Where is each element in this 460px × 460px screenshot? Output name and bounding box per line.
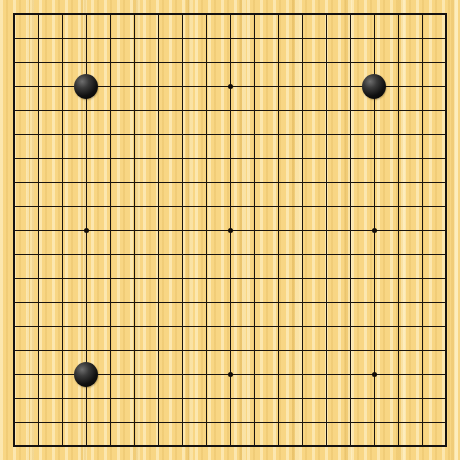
star-point (228, 84, 233, 89)
black-stone (362, 74, 386, 99)
star-point (84, 228, 89, 233)
go-board (0, 0, 460, 460)
star-point (372, 372, 377, 377)
black-stone (74, 362, 98, 387)
board-intersections[interactable] (2, 2, 458, 458)
star-point (228, 228, 233, 233)
star-point (228, 372, 233, 377)
star-point (372, 228, 377, 233)
black-stone (74, 74, 98, 99)
